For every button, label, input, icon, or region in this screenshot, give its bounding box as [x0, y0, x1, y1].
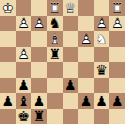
square-d4[interactable]: [47, 62, 63, 78]
square-g7[interactable]: ♟♙: [94, 16, 110, 32]
square-a3[interactable]: [0, 78, 16, 94]
square-f7[interactable]: [78, 16, 94, 32]
square-f5[interactable]: [78, 47, 94, 63]
black-queen[interactable]: ♛: [94, 62, 110, 78]
square-g2[interactable]: ♟: [94, 93, 110, 109]
square-h3[interactable]: [109, 78, 125, 94]
square-b5[interactable]: ♟♙: [16, 47, 32, 63]
square-d3[interactable]: [47, 78, 63, 94]
square-d7[interactable]: ♞: [47, 16, 63, 32]
square-b8[interactable]: [16, 0, 32, 16]
square-a1[interactable]: [0, 109, 16, 125]
piece-outline-layer: ♙: [94, 16, 110, 32]
square-a8[interactable]: ♚♔: [0, 0, 16, 16]
square-b6[interactable]: [16, 31, 32, 47]
square-e2[interactable]: [63, 93, 79, 109]
square-f2[interactable]: ♟: [78, 93, 94, 109]
piece-outline-layer: ♖: [109, 0, 125, 16]
piece-outline-layer: ♙: [31, 16, 47, 32]
square-e7[interactable]: [63, 16, 79, 32]
square-d2[interactable]: [47, 93, 63, 109]
square-b1[interactable]: ♚: [16, 109, 32, 125]
white-knight[interactable]: ♞♘: [94, 31, 110, 47]
white-pawn[interactable]: ♟♙: [16, 16, 32, 32]
square-b2[interactable]: ♝: [16, 93, 32, 109]
piece-outline-layer: ♙: [16, 16, 32, 32]
square-c4[interactable]: [31, 62, 47, 78]
square-e6[interactable]: [63, 31, 79, 47]
black-pawn[interactable]: ♟: [63, 78, 79, 94]
white-rook[interactable]: ♜♖: [47, 0, 63, 16]
square-a5[interactable]: [0, 47, 16, 63]
square-f8[interactable]: [78, 0, 94, 16]
square-e8[interactable]: ♛♕: [63, 0, 79, 16]
square-g4[interactable]: ♛: [94, 62, 110, 78]
square-e3[interactable]: ♟: [63, 78, 79, 94]
piece-outline-layer: ♙: [109, 16, 125, 32]
square-e4[interactable]: [63, 62, 79, 78]
square-d5[interactable]: ♜: [47, 47, 63, 63]
black-bishop[interactable]: ♝: [16, 93, 32, 109]
piece-outline-layer: ♔: [0, 0, 16, 16]
square-c3[interactable]: [31, 78, 47, 94]
square-g8[interactable]: [94, 0, 110, 16]
square-c7[interactable]: ♟♙: [31, 16, 47, 32]
white-queen[interactable]: ♛♕: [63, 0, 79, 16]
piece-outline-layer: ♘: [94, 31, 110, 47]
square-f1[interactable]: [78, 109, 94, 125]
black-pawn[interactable]: ♟: [31, 93, 47, 109]
square-b3[interactable]: ♟: [16, 78, 32, 94]
square-c8[interactable]: [31, 0, 47, 16]
square-h6[interactable]: [109, 31, 125, 47]
square-c6[interactable]: [31, 31, 47, 47]
square-c2[interactable]: ♟: [31, 93, 47, 109]
square-c1[interactable]: ♜: [31, 109, 47, 125]
white-king[interactable]: ♚♔: [0, 0, 16, 16]
white-pawn[interactable]: ♟♙: [31, 16, 47, 32]
square-a7[interactable]: [0, 16, 16, 32]
square-b4[interactable]: [16, 62, 32, 78]
piece-outline-layer: ♗: [47, 31, 63, 47]
black-king[interactable]: ♚: [16, 109, 32, 125]
piece-outline-layer: ♕: [63, 0, 79, 16]
square-g6[interactable]: ♞♘: [94, 31, 110, 47]
white-pawn[interactable]: ♟♙: [94, 16, 110, 32]
square-a6[interactable]: [0, 31, 16, 47]
square-a2[interactable]: ♟: [0, 93, 16, 109]
square-h8[interactable]: ♜♖: [109, 0, 125, 16]
square-c5[interactable]: [31, 47, 47, 63]
black-pawn[interactable]: ♟: [0, 93, 16, 109]
black-rook[interactable]: ♜: [31, 109, 47, 125]
piece-outline-layer: ♖: [47, 0, 63, 16]
white-pawn[interactable]: ♟♙: [109, 16, 125, 32]
chess-board: ♚♔♜♖♛♕♜♖♟♙♟♙♞♟♙♟♙♝♗♟♙♞♘♟♙♜♛♟♟♟♝♟♟♟♟♚♜: [0, 0, 125, 124]
square-d1[interactable]: [47, 109, 63, 125]
square-g1[interactable]: [94, 109, 110, 125]
black-knight[interactable]: ♞: [47, 16, 63, 32]
square-e5[interactable]: [63, 47, 79, 63]
square-h1[interactable]: [109, 109, 125, 125]
white-rook[interactable]: ♜♖: [109, 0, 125, 16]
square-d8[interactable]: ♜♖: [47, 0, 63, 16]
white-pawn[interactable]: ♟♙: [16, 47, 32, 63]
piece-outline-layer: ♙: [16, 47, 32, 63]
square-d6[interactable]: ♝♗: [47, 31, 63, 47]
piece-outline-layer: ♙: [78, 31, 94, 47]
square-h5[interactable]: [109, 47, 125, 63]
square-e1[interactable]: [63, 109, 79, 125]
square-h7[interactable]: ♟♙: [109, 16, 125, 32]
black-pawn[interactable]: ♟: [16, 78, 32, 94]
black-rook[interactable]: ♜: [47, 47, 63, 63]
square-h2[interactable]: ♟: [109, 93, 125, 109]
square-h4[interactable]: [109, 62, 125, 78]
white-pawn[interactable]: ♟♙: [78, 31, 94, 47]
square-g3[interactable]: [94, 78, 110, 94]
square-f3[interactable]: [78, 78, 94, 94]
black-pawn[interactable]: ♟: [78, 93, 94, 109]
square-f6[interactable]: ♟♙: [78, 31, 94, 47]
black-pawn[interactable]: ♟: [109, 93, 125, 109]
square-a4[interactable]: [0, 62, 16, 78]
white-bishop[interactable]: ♝♗: [47, 31, 63, 47]
square-b7[interactable]: ♟♙: [16, 16, 32, 32]
square-f4[interactable]: [78, 62, 94, 78]
square-g5[interactable]: [94, 47, 110, 63]
black-pawn[interactable]: ♟: [94, 93, 110, 109]
